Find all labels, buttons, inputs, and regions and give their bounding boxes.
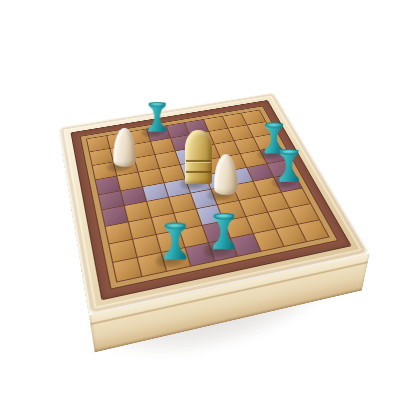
perspective-container [0, 0, 400, 400]
attacker-spool-top [213, 213, 234, 220]
attacker-spool-top [164, 222, 186, 229]
attacker-piece-c1[interactable] [162, 222, 188, 260]
photo-background [0, 0, 400, 400]
game-box [58, 92, 370, 315]
attacker-piece-e1[interactable] [211, 213, 237, 251]
defender-piece-f4[interactable] [214, 154, 237, 195]
defender-cone-body [214, 154, 237, 195]
